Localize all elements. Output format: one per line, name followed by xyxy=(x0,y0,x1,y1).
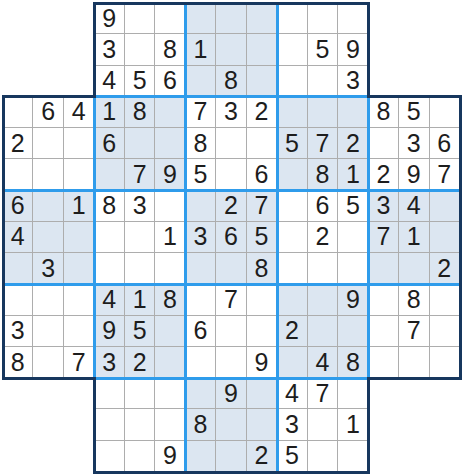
given-digit: 3 xyxy=(407,131,421,156)
cell-r1c7[interactable] xyxy=(186,3,216,34)
given-digit: 3 xyxy=(102,350,116,375)
cell-r12c12: 8 xyxy=(338,347,368,378)
cell-r8c9: 5 xyxy=(247,222,277,253)
given-digit: 6 xyxy=(194,318,208,343)
cell-r13c6[interactable] xyxy=(155,378,185,409)
cell-r5c5[interactable] xyxy=(125,128,155,159)
given-digit: 5 xyxy=(407,99,421,124)
given-digit: 9 xyxy=(163,443,177,468)
given-digit: 3 xyxy=(346,68,360,93)
cell-r10c7[interactable] xyxy=(186,284,216,315)
cell-r4c4: 1 xyxy=(94,97,124,128)
cell-r4c1[interactable] xyxy=(3,97,33,128)
cell-r3c4: 4 xyxy=(94,66,124,97)
given-digit: 3 xyxy=(41,256,55,281)
cell-r6c15: 7 xyxy=(430,159,460,190)
cell-r12c1: 8 xyxy=(3,347,33,378)
given-digit: 1 xyxy=(194,37,208,62)
cell-r15c7[interactable] xyxy=(186,441,216,472)
cell-r9c10[interactable] xyxy=(277,253,307,284)
cell-r7c2[interactable] xyxy=(33,191,63,222)
given-digit: 7 xyxy=(376,224,390,249)
given-digit: 3 xyxy=(194,224,208,249)
cell-r4c3: 4 xyxy=(64,97,94,128)
cell-r12c5: 2 xyxy=(125,347,155,378)
given-digit: 8 xyxy=(163,37,177,62)
given-digit: 6 xyxy=(224,224,238,249)
cell-r13c11: 7 xyxy=(308,378,338,409)
given-digit: 5 xyxy=(285,131,299,156)
cell-r10c8: 7 xyxy=(216,284,246,315)
cell-r5c12: 2 xyxy=(338,128,368,159)
cell-r3c8: 8 xyxy=(216,66,246,97)
cell-r9c3[interactable] xyxy=(64,253,94,284)
given-digit: 2 xyxy=(376,162,390,187)
cell-r14c10: 3 xyxy=(277,409,307,440)
given-digit: 5 xyxy=(346,193,360,218)
cell-r3c9[interactable] xyxy=(247,66,277,97)
given-digit: 4 xyxy=(72,99,86,124)
given-digit: 2 xyxy=(346,131,360,156)
cell-r10c14: 8 xyxy=(399,284,429,315)
cell-r6c6: 9 xyxy=(155,159,185,190)
cell-r14c9[interactable] xyxy=(247,409,277,440)
cell-r8c2[interactable] xyxy=(33,222,63,253)
cell-r15c8[interactable] xyxy=(216,441,246,472)
given-digit: 7 xyxy=(194,99,208,124)
cell-r8c13: 7 xyxy=(369,222,399,253)
cell-r10c1[interactable] xyxy=(3,284,33,315)
given-digit: 1 xyxy=(163,224,177,249)
given-digit: 8 xyxy=(102,193,116,218)
given-digit: 7 xyxy=(315,381,329,406)
cell-r4c13: 8 xyxy=(369,97,399,128)
cell-r7c10[interactable] xyxy=(277,191,307,222)
given-digit: 4 xyxy=(285,381,299,406)
cell-r11c13[interactable] xyxy=(369,316,399,347)
cell-r7c5: 3 xyxy=(125,191,155,222)
given-digit: 7 xyxy=(224,287,238,312)
cell-r7c4: 8 xyxy=(94,191,124,222)
cell-r8c1: 4 xyxy=(3,222,33,253)
cell-r11c1: 3 xyxy=(3,316,33,347)
cell-r11c5: 5 xyxy=(125,316,155,347)
cell-r2c10[interactable] xyxy=(277,34,307,65)
cell-r15c9: 2 xyxy=(247,441,277,472)
cell-r7c3: 1 xyxy=(64,191,94,222)
given-digit: 1 xyxy=(346,162,360,187)
cell-r14c6[interactable] xyxy=(155,409,185,440)
given-digit: 3 xyxy=(133,193,147,218)
cell-r4c11[interactable] xyxy=(308,97,338,128)
cell-r6c14: 9 xyxy=(399,159,429,190)
cell-r4c8: 3 xyxy=(216,97,246,128)
cell-r3c5: 5 xyxy=(125,66,155,97)
cell-r9c11[interactable] xyxy=(308,253,338,284)
cell-r4c5: 8 xyxy=(125,97,155,128)
cell-r8c10[interactable] xyxy=(277,222,307,253)
cell-r5c1: 2 xyxy=(3,128,33,159)
given-digit: 5 xyxy=(133,318,147,343)
cell-r11c15[interactable] xyxy=(430,316,460,347)
given-digit: 6 xyxy=(255,162,269,187)
given-digit: 9 xyxy=(102,6,116,31)
given-digit: 6 xyxy=(315,193,329,218)
cell-r6c11: 8 xyxy=(308,159,338,190)
given-digit: 2 xyxy=(11,131,25,156)
given-digit: 7 xyxy=(133,162,147,187)
cell-r12c10[interactable] xyxy=(277,347,307,378)
cell-r10c9[interactable] xyxy=(247,284,277,315)
cell-r12c15[interactable] xyxy=(430,347,460,378)
sudoku-grid: 9381594568364187328526857236795681297618… xyxy=(3,3,460,472)
cell-r11c9[interactable] xyxy=(247,316,277,347)
cell-r6c8[interactable] xyxy=(216,159,246,190)
cell-r2c8[interactable] xyxy=(216,34,246,65)
cell-r2c4: 3 xyxy=(94,34,124,65)
given-digit: 9 xyxy=(407,162,421,187)
cell-r6c12: 1 xyxy=(338,159,368,190)
cell-r11c2[interactable] xyxy=(33,316,63,347)
cell-r10c3[interactable] xyxy=(64,284,94,315)
cell-r9c6[interactable] xyxy=(155,253,185,284)
given-digit: 2 xyxy=(315,224,329,249)
cell-r2c11: 5 xyxy=(308,34,338,65)
cell-r1c6[interactable] xyxy=(155,3,185,34)
cell-r9c14[interactable] xyxy=(399,253,429,284)
cell-r9c15: 2 xyxy=(430,253,460,284)
given-digit: 8 xyxy=(346,350,360,375)
cell-r13c5[interactable] xyxy=(125,378,155,409)
given-digit: 8 xyxy=(224,68,238,93)
cell-r5c13[interactable] xyxy=(369,128,399,159)
cell-r11c10: 2 xyxy=(277,316,307,347)
cell-r8c6: 1 xyxy=(155,222,185,253)
cell-r8c14: 1 xyxy=(399,222,429,253)
cell-r9c4[interactable] xyxy=(94,253,124,284)
cell-r5c6[interactable] xyxy=(155,128,185,159)
cell-r4c12[interactable] xyxy=(338,97,368,128)
cell-r9c9: 8 xyxy=(247,253,277,284)
cell-r5c3[interactable] xyxy=(64,128,94,159)
given-digit: 8 xyxy=(11,350,25,375)
cell-r6c3[interactable] xyxy=(64,159,94,190)
given-digit: 5 xyxy=(194,162,208,187)
given-digit: 9 xyxy=(346,287,360,312)
given-digit: 7 xyxy=(315,131,329,156)
given-digit: 7 xyxy=(407,318,421,343)
given-digit: 4 xyxy=(102,287,116,312)
cell-r15c10: 5 xyxy=(277,441,307,472)
cell-r8c7: 3 xyxy=(186,222,216,253)
cell-r1c11[interactable] xyxy=(308,3,338,34)
cell-r7c12: 5 xyxy=(338,191,368,222)
given-digit: 3 xyxy=(376,193,390,218)
given-digit: 3 xyxy=(224,99,238,124)
cell-r10c10[interactable] xyxy=(277,284,307,315)
sudoku-board: 9381594568364187328526857236795681297618… xyxy=(0,0,463,475)
given-digit: 8 xyxy=(194,131,208,156)
cell-r11c12[interactable] xyxy=(338,316,368,347)
cell-r14c12: 1 xyxy=(338,409,368,440)
cell-r10c12: 9 xyxy=(338,284,368,315)
given-digit: 5 xyxy=(133,68,147,93)
cell-r6c10[interactable] xyxy=(277,159,307,190)
cell-r5c11: 7 xyxy=(308,128,338,159)
given-digit: 8 xyxy=(407,287,421,312)
given-digit: 2 xyxy=(285,318,299,343)
cell-r9c8[interactable] xyxy=(216,253,246,284)
cell-r13c12[interactable] xyxy=(338,378,368,409)
cell-r7c7[interactable] xyxy=(186,191,216,222)
cell-r5c8[interactable] xyxy=(216,128,246,159)
given-digit: 8 xyxy=(376,99,390,124)
cell-r9c12[interactable] xyxy=(338,253,368,284)
given-digit: 7 xyxy=(255,193,269,218)
cell-r8c12[interactable] xyxy=(338,222,368,253)
given-digit: 2 xyxy=(255,99,269,124)
cell-r10c2[interactable] xyxy=(33,284,63,315)
cell-r4c6[interactable] xyxy=(155,97,185,128)
cell-r9c2: 3 xyxy=(33,253,63,284)
given-digit: 9 xyxy=(102,318,116,343)
given-digit: 3 xyxy=(285,412,299,437)
cell-r4c9: 2 xyxy=(247,97,277,128)
cell-r5c4: 6 xyxy=(94,128,124,159)
cell-r8c3[interactable] xyxy=(64,222,94,253)
cell-r7c8: 2 xyxy=(216,191,246,222)
cell-r5c10: 5 xyxy=(277,128,307,159)
cell-r7c9: 7 xyxy=(247,191,277,222)
cell-r6c7: 5 xyxy=(186,159,216,190)
cell-r9c7[interactable] xyxy=(186,253,216,284)
given-digit: 7 xyxy=(437,162,451,187)
given-digit: 1 xyxy=(346,412,360,437)
cell-r12c11: 4 xyxy=(308,347,338,378)
given-digit: 9 xyxy=(255,350,269,375)
cell-r2c7: 1 xyxy=(186,34,216,65)
cell-r12c7[interactable] xyxy=(186,347,216,378)
cell-r1c9[interactable] xyxy=(247,3,277,34)
given-digit: 5 xyxy=(315,37,329,62)
cell-r3c7[interactable] xyxy=(186,66,216,97)
cell-r2c5[interactable] xyxy=(125,34,155,65)
cell-r10c15[interactable] xyxy=(430,284,460,315)
cell-r12c6[interactable] xyxy=(155,347,185,378)
given-digit: 3 xyxy=(102,37,116,62)
cell-r7c1: 6 xyxy=(3,191,33,222)
cell-r13c10: 4 xyxy=(277,378,307,409)
cell-r11c3[interactable] xyxy=(64,316,94,347)
cell-r5c7: 8 xyxy=(186,128,216,159)
cell-r9c5[interactable] xyxy=(125,253,155,284)
given-digit: 5 xyxy=(285,443,299,468)
given-digit: 6 xyxy=(41,99,55,124)
given-digit: 9 xyxy=(346,37,360,62)
cell-r4c15[interactable] xyxy=(430,97,460,128)
cell-r6c9: 6 xyxy=(247,159,277,190)
cell-r7c14: 4 xyxy=(399,191,429,222)
given-digit: 4 xyxy=(315,350,329,375)
cell-r14c8[interactable] xyxy=(216,409,246,440)
given-digit: 1 xyxy=(102,99,116,124)
cell-r3c12: 3 xyxy=(338,66,368,97)
cell-r3c10[interactable] xyxy=(277,66,307,97)
cell-r1c12[interactable] xyxy=(338,3,368,34)
cell-r11c7: 6 xyxy=(186,316,216,347)
cell-r4c14: 5 xyxy=(399,97,429,128)
cell-r7c15[interactable] xyxy=(430,191,460,222)
cell-r6c13: 2 xyxy=(369,159,399,190)
cell-r13c7[interactable] xyxy=(186,378,216,409)
cell-r12c13[interactable] xyxy=(369,347,399,378)
cell-r12c3: 7 xyxy=(64,347,94,378)
cell-r14c7: 8 xyxy=(186,409,216,440)
cell-r2c9[interactable] xyxy=(247,34,277,65)
cell-r14c5[interactable] xyxy=(125,409,155,440)
given-digit: 4 xyxy=(407,193,421,218)
cell-r6c1[interactable] xyxy=(3,159,33,190)
cell-r9c13[interactable] xyxy=(369,253,399,284)
cell-r2c12: 9 xyxy=(338,34,368,65)
cell-r14c11[interactable] xyxy=(308,409,338,440)
cell-r7c13: 3 xyxy=(369,191,399,222)
cell-r5c15: 6 xyxy=(430,128,460,159)
cell-r10c4: 4 xyxy=(94,284,124,315)
cell-r8c4[interactable] xyxy=(94,222,124,253)
cell-r11c11[interactable] xyxy=(308,316,338,347)
given-digit: 2 xyxy=(224,193,238,218)
cell-r12c14[interactable] xyxy=(399,347,429,378)
cell-r15c4[interactable] xyxy=(94,441,124,472)
cell-r11c8[interactable] xyxy=(216,316,246,347)
cell-r5c9[interactable] xyxy=(247,128,277,159)
given-digit: 2 xyxy=(255,443,269,468)
given-digit: 8 xyxy=(163,287,177,312)
cell-r1c8[interactable] xyxy=(216,3,246,34)
cell-r4c2: 6 xyxy=(33,97,63,128)
given-digit: 8 xyxy=(255,256,269,281)
cell-r13c8: 9 xyxy=(216,378,246,409)
given-digit: 7 xyxy=(72,350,86,375)
given-digit: 2 xyxy=(133,350,147,375)
given-digit: 6 xyxy=(102,131,116,156)
given-digit: 4 xyxy=(102,68,116,93)
cell-r3c11[interactable] xyxy=(308,66,338,97)
cell-r3c6: 6 xyxy=(155,66,185,97)
given-digit: 9 xyxy=(163,162,177,187)
cell-r7c6[interactable] xyxy=(155,191,185,222)
cell-r5c2[interactable] xyxy=(33,128,63,159)
cell-r10c5: 1 xyxy=(125,284,155,315)
cell-r2c6: 8 xyxy=(155,34,185,65)
cell-r1c10[interactable] xyxy=(277,3,307,34)
given-digit: 5 xyxy=(255,224,269,249)
cell-r15c6: 9 xyxy=(155,441,185,472)
cell-r8c11: 2 xyxy=(308,222,338,253)
cell-r9c1[interactable] xyxy=(3,253,33,284)
cell-r15c11[interactable] xyxy=(308,441,338,472)
cell-r10c11[interactable] xyxy=(308,284,338,315)
cell-r8c8: 6 xyxy=(216,222,246,253)
cell-r12c8[interactable] xyxy=(216,347,246,378)
given-digit: 9 xyxy=(224,381,238,406)
given-digit: 1 xyxy=(72,193,86,218)
cell-r10c13[interactable] xyxy=(369,284,399,315)
cell-r4c10[interactable] xyxy=(277,97,307,128)
cell-r12c9: 9 xyxy=(247,347,277,378)
cell-r15c12[interactable] xyxy=(338,441,368,472)
cell-r6c5: 7 xyxy=(125,159,155,190)
cell-r15c5[interactable] xyxy=(125,441,155,472)
cell-r12c2[interactable] xyxy=(33,347,63,378)
given-digit: 3 xyxy=(11,318,25,343)
given-digit: 6 xyxy=(437,131,451,156)
given-digit: 4 xyxy=(11,224,25,249)
cell-r1c5[interactable] xyxy=(125,3,155,34)
given-digit: 8 xyxy=(194,412,208,437)
cell-r11c4: 9 xyxy=(94,316,124,347)
cell-r11c14: 7 xyxy=(399,316,429,347)
cell-r10c6: 8 xyxy=(155,284,185,315)
cell-r13c4[interactable] xyxy=(94,378,124,409)
cell-r1c4: 9 xyxy=(94,3,124,34)
cell-r12c4: 3 xyxy=(94,347,124,378)
cell-r8c15[interactable] xyxy=(430,222,460,253)
cell-r14c4[interactable] xyxy=(94,409,124,440)
cell-r8c5[interactable] xyxy=(125,222,155,253)
cell-r7c11: 6 xyxy=(308,191,338,222)
given-digit: 6 xyxy=(163,68,177,93)
given-digit: 1 xyxy=(407,224,421,249)
given-digit: 2 xyxy=(437,256,451,281)
cell-r6c2[interactable] xyxy=(33,159,63,190)
given-digit: 6 xyxy=(11,193,25,218)
cell-r11c6[interactable] xyxy=(155,316,185,347)
given-digit: 8 xyxy=(133,99,147,124)
given-digit: 1 xyxy=(133,287,147,312)
cell-r13c9[interactable] xyxy=(247,378,277,409)
cell-r4c7: 7 xyxy=(186,97,216,128)
cell-r5c14: 3 xyxy=(399,128,429,159)
given-digit: 8 xyxy=(315,162,329,187)
cell-r6c4[interactable] xyxy=(94,159,124,190)
